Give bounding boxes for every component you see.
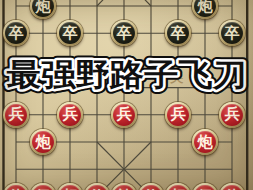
piece-glyph: 卒 <box>9 25 24 40</box>
piece-red-chariot[interactable]: 俥 <box>3 183 29 190</box>
piece-glyph: 卒 <box>117 25 132 40</box>
piece-glyph: 傌 <box>198 188 213 190</box>
piece-glyph: 兵 <box>225 107 240 122</box>
piece-glyph: 炮 <box>36 134 51 149</box>
piece-glyph: 相 <box>63 188 78 190</box>
piece-black-cannon[interactable]: 炮 <box>30 0 56 19</box>
piece-glyph: 俥 <box>225 188 240 190</box>
piece-red-cannon[interactable]: 炮 <box>192 129 218 155</box>
piece-red-soldier[interactable]: 兵 <box>3 102 29 128</box>
piece-red-soldier[interactable]: 兵 <box>111 102 137 128</box>
piece-glyph: 仕 <box>90 188 105 190</box>
piece-glyph: 炮 <box>198 0 213 13</box>
piece-glyph: 兵 <box>117 107 132 122</box>
piece-red-advisor[interactable]: 仕 <box>84 183 110 190</box>
piece-glyph: 帥 <box>117 188 132 190</box>
piece-black-soldier[interactable]: 卒 <box>219 20 245 46</box>
piece-glyph: 相 <box>171 188 186 190</box>
piece-red-horse[interactable]: 傌 <box>30 183 56 190</box>
piece-glyph: 仕 <box>144 188 159 190</box>
piece-glyph: 兵 <box>63 107 78 122</box>
piece-black-soldier[interactable]: 卒 <box>165 20 191 46</box>
piece-red-soldier[interactable]: 兵 <box>219 102 245 128</box>
piece-glyph: 卒 <box>171 25 186 40</box>
piece-red-horse[interactable]: 傌 <box>192 183 218 190</box>
piece-glyph: 炮 <box>198 134 213 149</box>
piece-glyph: 傌 <box>36 188 51 190</box>
piece-glyph: 卒 <box>63 25 78 40</box>
piece-black-soldier[interactable]: 卒 <box>57 20 83 46</box>
piece-glyph: 兵 <box>9 107 24 122</box>
piece-black-soldier[interactable]: 卒 <box>111 20 137 46</box>
piece-glyph: 卒 <box>225 25 240 40</box>
piece-red-soldier[interactable]: 兵 <box>57 102 83 128</box>
piece-red-cannon[interactable]: 炮 <box>30 129 56 155</box>
piece-red-soldier[interactable]: 兵 <box>165 102 191 128</box>
piece-glyph: 炮 <box>36 0 51 13</box>
piece-red-elephant[interactable]: 相 <box>57 183 83 190</box>
piece-black-soldier[interactable]: 卒 <box>3 20 29 46</box>
piece-red-elephant[interactable]: 相 <box>165 183 191 190</box>
piece-glyph: 俥 <box>9 188 24 190</box>
piece-red-king[interactable]: 帥 <box>111 183 137 190</box>
piece-red-advisor[interactable]: 仕 <box>138 183 164 190</box>
pieces-layer: 炮炮卒卒卒卒卒兵兵兵兵兵炮炮俥傌相仕帥仕相傌俥 <box>0 0 253 190</box>
xiangqi-board-screen: 楚河 漢界 炮炮卒卒卒卒卒兵兵兵兵兵炮炮俥傌相仕帥仕相傌俥 最强野路子飞刀 最强… <box>0 0 253 190</box>
piece-red-chariot[interactable]: 俥 <box>219 183 245 190</box>
piece-glyph: 兵 <box>171 107 186 122</box>
piece-black-cannon[interactable]: 炮 <box>192 0 218 19</box>
